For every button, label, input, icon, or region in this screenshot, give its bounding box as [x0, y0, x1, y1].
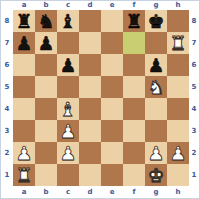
square-b5[interactable]	[35, 76, 57, 98]
square-c2[interactable]: ♟	[57, 142, 79, 164]
square-g4[interactable]	[145, 98, 167, 120]
black-pawn[interactable]: ♟	[15, 34, 32, 53]
chess-board: abcdefgh8♜♞♝♜♚87♟♟♜76♟♟65♞54♝43♟32♟♟♟♟21…	[1, 1, 199, 198]
white-pawn[interactable]: ♟	[169, 144, 186, 163]
white-rook[interactable]: ♜	[169, 34, 186, 53]
rank-label-left-4: 4	[1, 98, 13, 120]
square-g7[interactable]	[145, 32, 167, 54]
square-f3[interactable]	[123, 120, 145, 142]
square-c6[interactable]: ♟	[57, 54, 79, 76]
square-b3[interactable]	[35, 120, 57, 142]
file-label-bottom-d: d	[79, 186, 101, 198]
square-a2[interactable]: ♟	[13, 142, 35, 164]
file-label-bottom-f: f	[123, 186, 145, 198]
rank-label-right-3: 3	[189, 120, 199, 142]
square-b6[interactable]	[35, 54, 57, 76]
square-c1[interactable]	[57, 164, 79, 186]
square-a4[interactable]	[13, 98, 35, 120]
white-king[interactable]: ♚	[147, 166, 164, 185]
square-e6[interactable]	[101, 54, 123, 76]
file-label-bottom-g: g	[145, 186, 167, 198]
square-h6[interactable]	[167, 54, 189, 76]
square-c4[interactable]: ♝	[57, 98, 79, 120]
black-rook[interactable]: ♜	[15, 12, 32, 31]
file-label-top-f: f	[123, 1, 145, 10]
square-e2[interactable]	[101, 142, 123, 164]
white-bishop[interactable]: ♝	[59, 100, 76, 119]
file-label-bottom-c: c	[57, 186, 79, 198]
square-h5[interactable]	[167, 76, 189, 98]
square-h3[interactable]	[167, 120, 189, 142]
square-e1[interactable]	[101, 164, 123, 186]
black-pawn[interactable]: ♟	[37, 34, 54, 53]
square-h7[interactable]: ♜	[167, 32, 189, 54]
square-c7[interactable]	[57, 32, 79, 54]
rank-label-right-6: 6	[189, 54, 199, 76]
square-g3[interactable]	[145, 120, 167, 142]
square-d7[interactable]	[79, 32, 101, 54]
square-c3[interactable]: ♟	[57, 120, 79, 142]
rank-label-right-4: 4	[189, 98, 199, 120]
file-label-top-g: g	[145, 1, 167, 10]
rank-label-right-8: 8	[189, 10, 199, 32]
file-label-top-b: b	[35, 1, 57, 10]
square-b4[interactable]	[35, 98, 57, 120]
square-f7[interactable]	[123, 32, 145, 54]
rank-label-left-5: 5	[1, 76, 13, 98]
square-a1[interactable]: ♜	[13, 164, 35, 186]
square-g5[interactable]: ♞	[145, 76, 167, 98]
square-d5[interactable]	[79, 76, 101, 98]
black-king[interactable]: ♚	[147, 12, 164, 31]
square-h4[interactable]	[167, 98, 189, 120]
square-h1[interactable]	[167, 164, 189, 186]
corner-bottom-left	[1, 186, 13, 198]
square-h2[interactable]: ♟	[167, 142, 189, 164]
square-d2[interactable]	[79, 142, 101, 164]
square-b2[interactable]	[35, 142, 57, 164]
square-a6[interactable]	[13, 54, 35, 76]
white-pawn[interactable]: ♟	[15, 144, 32, 163]
white-pawn[interactable]: ♟	[147, 144, 164, 163]
square-e5[interactable]	[101, 76, 123, 98]
square-c8[interactable]: ♝	[57, 10, 79, 32]
rank-label-right-2: 2	[189, 142, 199, 164]
square-e8[interactable]	[101, 10, 123, 32]
square-b8[interactable]: ♞	[35, 10, 57, 32]
chess-board-widget: abcdefgh8♜♞♝♜♚87♟♟♜76♟♟65♞54♝43♟32♟♟♟♟21…	[0, 0, 200, 199]
file-label-top-h: h	[167, 1, 189, 10]
black-pawn[interactable]: ♟	[59, 56, 76, 75]
square-e4[interactable]	[101, 98, 123, 120]
black-rook[interactable]: ♜	[125, 12, 142, 31]
black-knight[interactable]: ♞	[37, 12, 54, 31]
corner-top-right	[189, 1, 199, 10]
file-label-bottom-h: h	[167, 186, 189, 198]
square-g8[interactable]: ♚	[145, 10, 167, 32]
white-knight[interactable]: ♞	[147, 78, 164, 97]
file-label-top-a: a	[13, 1, 35, 10]
square-d6[interactable]	[79, 54, 101, 76]
square-d4[interactable]	[79, 98, 101, 120]
square-b1[interactable]	[35, 164, 57, 186]
file-label-top-c: c	[57, 1, 79, 10]
rank-label-left-8: 8	[1, 10, 13, 32]
square-a5[interactable]	[13, 76, 35, 98]
rank-label-right-5: 5	[189, 76, 199, 98]
square-f8[interactable]: ♜	[123, 10, 145, 32]
file-label-bottom-e: e	[101, 186, 123, 198]
file-label-top-e: e	[101, 1, 123, 10]
square-b7[interactable]: ♟	[35, 32, 57, 54]
square-f6[interactable]	[123, 54, 145, 76]
rank-label-left-3: 3	[1, 120, 13, 142]
white-pawn[interactable]: ♟	[59, 122, 76, 141]
square-a7[interactable]: ♟	[13, 32, 35, 54]
square-g2[interactable]: ♟	[145, 142, 167, 164]
rank-label-left-1: 1	[1, 164, 13, 186]
square-h8[interactable]	[167, 10, 189, 32]
white-rook[interactable]: ♜	[15, 166, 32, 185]
square-d1[interactable]	[79, 164, 101, 186]
square-f4[interactable]	[123, 98, 145, 120]
square-e7[interactable]	[101, 32, 123, 54]
file-label-top-d: d	[79, 1, 101, 10]
square-f2[interactable]	[123, 142, 145, 164]
rank-label-right-7: 7	[189, 32, 199, 54]
rank-label-left-2: 2	[1, 142, 13, 164]
square-g6[interactable]: ♟	[145, 54, 167, 76]
white-pawn[interactable]: ♟	[59, 144, 76, 163]
square-c5[interactable]	[57, 76, 79, 98]
square-e3[interactable]	[101, 120, 123, 142]
rank-label-right-1: 1	[189, 164, 199, 186]
square-f1[interactable]	[123, 164, 145, 186]
square-a8[interactable]: ♜	[13, 10, 35, 32]
square-a3[interactable]	[13, 120, 35, 142]
corner-top-left	[1, 1, 13, 10]
file-label-bottom-b: b	[35, 186, 57, 198]
rank-label-left-6: 6	[1, 54, 13, 76]
corner-bottom-right	[189, 186, 199, 198]
square-f5[interactable]	[123, 76, 145, 98]
square-g1[interactable]: ♚	[145, 164, 167, 186]
file-label-bottom-a: a	[13, 186, 35, 198]
square-d3[interactable]	[79, 120, 101, 142]
black-pawn[interactable]: ♟	[147, 56, 164, 75]
black-bishop[interactable]: ♝	[59, 12, 76, 31]
rank-label-left-7: 7	[1, 32, 13, 54]
square-d8[interactable]	[79, 10, 101, 32]
